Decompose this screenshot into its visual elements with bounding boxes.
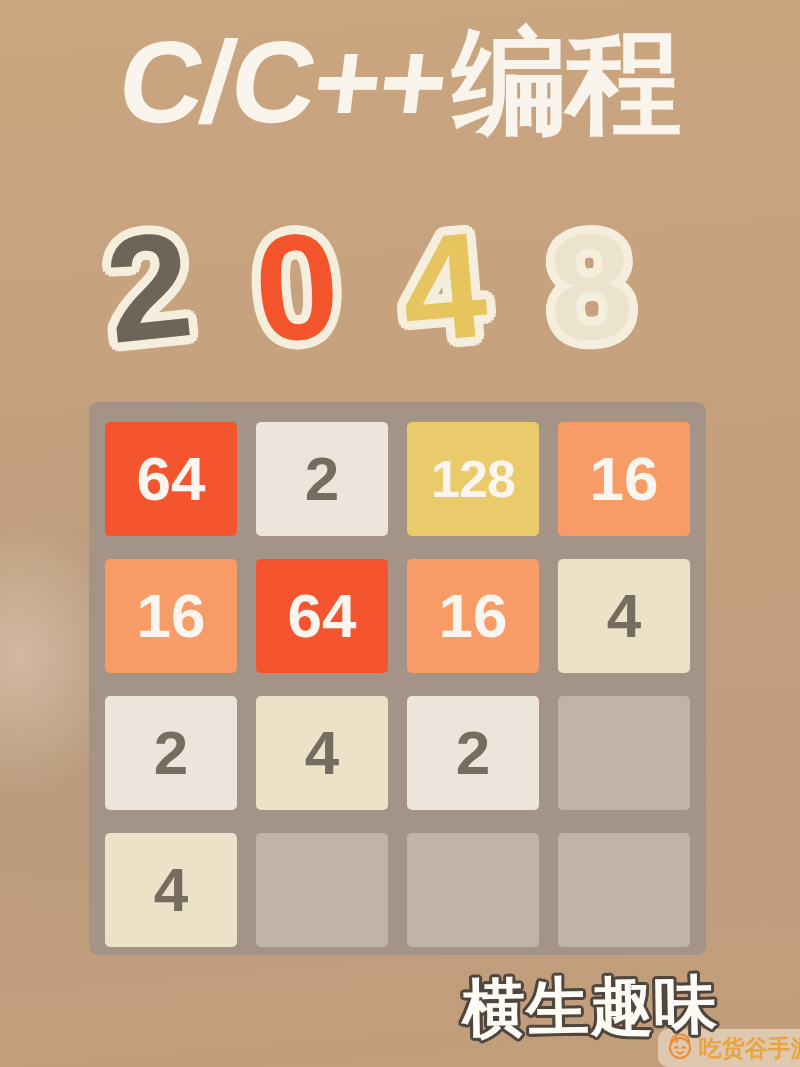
page-title: C/C++编程 [0, 14, 800, 151]
tile-16: 16 [558, 422, 690, 536]
logo-digit-4: 4 [396, 209, 492, 366]
tile-2: 2 [105, 696, 237, 810]
logo-digit-2: 2 [100, 208, 199, 366]
page: C/C++编程 2 0 4 8 6421281616641642424 横生趣味… [0, 0, 800, 1067]
tile-4: 4 [256, 696, 388, 810]
tile-2: 2 [256, 422, 388, 536]
tile-128: 128 [407, 422, 539, 536]
logo-digit-0: 0 [249, 209, 343, 364]
logo-digit-8: 8 [546, 210, 637, 364]
tile-64: 64 [105, 422, 237, 536]
page-title-cjk: 编程 [452, 14, 680, 151]
motto-text: 横生趣味 [461, 968, 718, 1045]
tile-2: 2 [407, 696, 539, 810]
empty-cell [558, 833, 690, 947]
empty-cell [407, 833, 539, 947]
tile-64: 64 [256, 559, 388, 673]
tile-16: 16 [105, 559, 237, 673]
tile-4: 4 [105, 833, 237, 947]
page-title-latin: C/C++ [112, 14, 454, 151]
empty-cell [256, 833, 388, 947]
tile-4: 4 [558, 559, 690, 673]
game-board-2048[interactable]: 6421281616641642424 [89, 402, 706, 955]
tile-16: 16 [407, 559, 539, 673]
logo-2048: 2 0 4 8 [0, 212, 770, 362]
empty-cell [558, 696, 690, 810]
